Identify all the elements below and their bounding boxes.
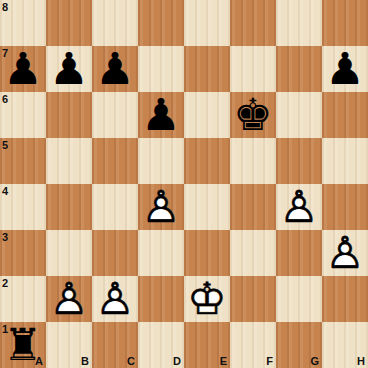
file-label: H (357, 355, 365, 367)
piece-black-pawn[interactable]: ♟ (322, 46, 368, 92)
square-b1[interactable]: B (46, 322, 92, 368)
square-g1[interactable]: G (276, 322, 322, 368)
square-a6[interactable]: 6 (0, 92, 46, 138)
rank-label: 6 (2, 93, 8, 105)
square-d3[interactable] (138, 230, 184, 276)
square-c7[interactable]: ♟ (92, 46, 138, 92)
square-d5[interactable] (138, 138, 184, 184)
square-c5[interactable] (92, 138, 138, 184)
piece-glyph-fill: ♚ (230, 92, 276, 138)
file-label: D (173, 355, 181, 367)
piece-white-pawn[interactable]: ♟♙ (276, 184, 322, 230)
square-e5[interactable] (184, 138, 230, 184)
square-d6[interactable]: ♟ (138, 92, 184, 138)
piece-glyph-fill: ♟ (138, 92, 184, 138)
square-h3[interactable]: ♟♙ (322, 230, 368, 276)
square-c2[interactable]: ♟♙ (92, 276, 138, 322)
square-g3[interactable] (276, 230, 322, 276)
square-e7[interactable] (184, 46, 230, 92)
square-f6[interactable]: ♚ (230, 92, 276, 138)
square-f5[interactable] (230, 138, 276, 184)
square-a7[interactable]: 7♟ (0, 46, 46, 92)
piece-white-king[interactable]: ♚♔ (184, 276, 230, 322)
square-f8[interactable] (230, 0, 276, 46)
square-h1[interactable]: H (322, 322, 368, 368)
square-a5[interactable]: 5 (0, 138, 46, 184)
rank-label: 7 (2, 47, 8, 59)
piece-white-pawn[interactable]: ♟♙ (46, 276, 92, 322)
square-f1[interactable]: F (230, 322, 276, 368)
file-label: E (220, 355, 227, 367)
rank-label: 1 (2, 323, 8, 335)
square-c8[interactable] (92, 0, 138, 46)
piece-glyph-outline: ♙ (46, 276, 92, 322)
piece-glyph-outline: ♙ (276, 184, 322, 230)
square-b7[interactable]: ♟ (46, 46, 92, 92)
square-f7[interactable] (230, 46, 276, 92)
piece-black-king[interactable]: ♚ (230, 92, 276, 138)
square-h7[interactable]: ♟ (322, 46, 368, 92)
square-g2[interactable] (276, 276, 322, 322)
square-e1[interactable]: E (184, 322, 230, 368)
rank-label: 5 (2, 139, 8, 151)
file-label: G (310, 355, 319, 367)
square-c3[interactable] (92, 230, 138, 276)
file-label: B (81, 355, 89, 367)
square-h2[interactable] (322, 276, 368, 322)
square-e8[interactable] (184, 0, 230, 46)
square-d2[interactable] (138, 276, 184, 322)
square-c1[interactable]: C (92, 322, 138, 368)
square-f4[interactable] (230, 184, 276, 230)
piece-white-pawn[interactable]: ♟♙ (322, 230, 368, 276)
square-b5[interactable] (46, 138, 92, 184)
piece-black-pawn[interactable]: ♟ (46, 46, 92, 92)
square-g6[interactable] (276, 92, 322, 138)
rank-label: 4 (2, 185, 8, 197)
square-h8[interactable] (322, 0, 368, 46)
file-label: C (127, 355, 135, 367)
square-b2[interactable]: ♟♙ (46, 276, 92, 322)
piece-glyph-outline: ♙ (92, 276, 138, 322)
square-h5[interactable] (322, 138, 368, 184)
square-a3[interactable]: 3 (0, 230, 46, 276)
square-b4[interactable] (46, 184, 92, 230)
square-f3[interactable] (230, 230, 276, 276)
piece-black-pawn[interactable]: ♟ (92, 46, 138, 92)
square-b8[interactable] (46, 0, 92, 46)
square-g8[interactable] (276, 0, 322, 46)
square-c6[interactable] (92, 92, 138, 138)
square-c4[interactable] (92, 184, 138, 230)
square-e3[interactable] (184, 230, 230, 276)
piece-white-pawn[interactable]: ♟♙ (92, 276, 138, 322)
piece-glyph-fill: ♟ (322, 46, 368, 92)
square-e2[interactable]: ♚♔ (184, 276, 230, 322)
square-b6[interactable] (46, 92, 92, 138)
piece-glyph-fill: ♟ (46, 46, 92, 92)
square-a4[interactable]: 4 (0, 184, 46, 230)
square-f2[interactable] (230, 276, 276, 322)
rank-label: 2 (2, 277, 8, 289)
square-d8[interactable] (138, 0, 184, 46)
square-d4[interactable]: ♟♙ (138, 184, 184, 230)
file-label: A (35, 355, 43, 367)
square-d7[interactable] (138, 46, 184, 92)
piece-glyph-outline: ♔ (184, 276, 230, 322)
square-a2[interactable]: 2 (0, 276, 46, 322)
square-a8[interactable]: 8 (0, 0, 46, 46)
piece-glyph-outline: ♙ (138, 184, 184, 230)
square-g4[interactable]: ♟♙ (276, 184, 322, 230)
piece-black-pawn[interactable]: ♟ (138, 92, 184, 138)
piece-white-pawn[interactable]: ♟♙ (138, 184, 184, 230)
square-e4[interactable] (184, 184, 230, 230)
rank-label: 3 (2, 231, 8, 243)
square-g7[interactable] (276, 46, 322, 92)
square-g5[interactable] (276, 138, 322, 184)
square-a1[interactable]: 1A♜ (0, 322, 46, 368)
square-b3[interactable] (46, 230, 92, 276)
file-label: F (266, 355, 273, 367)
piece-glyph-outline: ♙ (322, 230, 368, 276)
square-d1[interactable]: D (138, 322, 184, 368)
rank-label: 8 (2, 1, 8, 13)
square-h4[interactable] (322, 184, 368, 230)
piece-glyph-fill: ♟ (92, 46, 138, 92)
chess-board: 87♟♟♟♟6♟♚54♟♙♟♙3♟♙2♟♙♟♙♚♔1A♜BCDEFGH (0, 0, 368, 368)
square-h6[interactable] (322, 92, 368, 138)
square-e6[interactable] (184, 92, 230, 138)
